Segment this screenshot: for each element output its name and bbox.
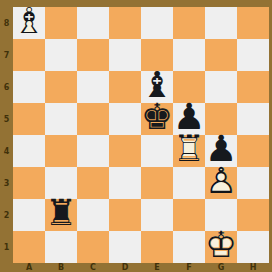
square-b1[interactable] — [45, 231, 77, 263]
square-d7[interactable] — [109, 39, 141, 71]
file-label-b: B — [45, 263, 77, 272]
square-h2[interactable] — [237, 199, 269, 231]
file-label-f: F — [173, 263, 205, 272]
square-e8[interactable] — [141, 7, 173, 39]
square-e4[interactable] — [141, 135, 173, 167]
square-g1[interactable]: ♚♔ — [205, 231, 237, 263]
square-d6[interactable] — [109, 71, 141, 103]
rank-label-4: 4 — [0, 135, 13, 167]
chess-board-frame: 87654321 ♝♗♝♚♟♜♖♟♟♙♜♚♔ ABCDEFGH — [0, 0, 272, 272]
square-f8[interactable] — [173, 7, 205, 39]
square-f1[interactable] — [173, 231, 205, 263]
piece-black-king[interactable]: ♚ — [141, 103, 173, 135]
square-f3[interactable] — [173, 167, 205, 199]
square-c6[interactable] — [77, 71, 109, 103]
piece-white-rook[interactable]: ♜♖ — [173, 135, 205, 167]
square-a5[interactable] — [13, 103, 45, 135]
square-h8[interactable] — [237, 7, 269, 39]
square-a3[interactable] — [13, 167, 45, 199]
square-a1[interactable] — [13, 231, 45, 263]
rank-labels: 87654321 — [0, 7, 13, 263]
rank-label-3: 3 — [0, 167, 13, 199]
square-c2[interactable] — [77, 199, 109, 231]
square-b7[interactable] — [45, 39, 77, 71]
square-a4[interactable] — [13, 135, 45, 167]
file-label-c: C — [77, 263, 109, 272]
square-d5[interactable] — [109, 103, 141, 135]
square-c3[interactable] — [77, 167, 109, 199]
rank-label-1: 1 — [0, 231, 13, 263]
piece-white-pawn[interactable]: ♟♙ — [205, 167, 237, 199]
file-label-d: D — [109, 263, 141, 272]
square-d4[interactable] — [109, 135, 141, 167]
file-label-a: A — [13, 263, 45, 272]
square-e1[interactable] — [141, 231, 173, 263]
square-h5[interactable] — [237, 103, 269, 135]
square-h6[interactable] — [237, 71, 269, 103]
black-rook-glyph: ♜ — [45, 197, 77, 229]
square-a8[interactable]: ♝♗ — [13, 7, 45, 39]
rank-label-2: 2 — [0, 199, 13, 231]
file-label-h: H — [237, 263, 269, 272]
rank-label-5: 5 — [0, 103, 13, 135]
piece-white-king[interactable]: ♚♔ — [205, 231, 237, 263]
black-king-glyph: ♚ — [141, 101, 173, 133]
square-d1[interactable] — [109, 231, 141, 263]
square-e5[interactable]: ♚ — [141, 103, 173, 135]
square-d8[interactable] — [109, 7, 141, 39]
white-rook-outline-glyph: ♖ — [173, 133, 205, 165]
white-bishop-outline-glyph: ♗ — [13, 5, 45, 37]
square-g7[interactable] — [205, 39, 237, 71]
piece-white-bishop[interactable]: ♝♗ — [13, 7, 45, 39]
square-b6[interactable] — [45, 71, 77, 103]
file-labels: ABCDEFGH — [13, 263, 269, 272]
square-d3[interactable] — [109, 167, 141, 199]
square-a6[interactable] — [13, 71, 45, 103]
square-c4[interactable] — [77, 135, 109, 167]
rank-label-7: 7 — [0, 39, 13, 71]
square-g6[interactable] — [205, 71, 237, 103]
white-king-outline-glyph: ♔ — [205, 229, 237, 261]
white-pawn-outline-glyph: ♙ — [205, 165, 237, 197]
square-a2[interactable] — [13, 199, 45, 231]
square-f7[interactable] — [173, 39, 205, 71]
square-b5[interactable] — [45, 103, 77, 135]
square-g8[interactable] — [205, 7, 237, 39]
square-f2[interactable] — [173, 199, 205, 231]
square-e3[interactable] — [141, 167, 173, 199]
square-d2[interactable] — [109, 199, 141, 231]
rank-label-6: 6 — [0, 71, 13, 103]
square-a7[interactable] — [13, 39, 45, 71]
chess-board[interactable]: ♝♗♝♚♟♜♖♟♟♙♜♚♔ — [13, 7, 269, 263]
rank-label-8: 8 — [0, 7, 13, 39]
square-c8[interactable] — [77, 7, 109, 39]
file-label-e: E — [141, 263, 173, 272]
square-c7[interactable] — [77, 39, 109, 71]
square-h7[interactable] — [237, 39, 269, 71]
square-f4[interactable]: ♜♖ — [173, 135, 205, 167]
square-b4[interactable] — [45, 135, 77, 167]
square-h1[interactable] — [237, 231, 269, 263]
square-g3[interactable]: ♟♙ — [205, 167, 237, 199]
square-h3[interactable] — [237, 167, 269, 199]
square-c5[interactable] — [77, 103, 109, 135]
piece-black-rook[interactable]: ♜ — [45, 199, 77, 231]
square-b8[interactable] — [45, 7, 77, 39]
square-h4[interactable] — [237, 135, 269, 167]
square-c1[interactable] — [77, 231, 109, 263]
square-b2[interactable]: ♜ — [45, 199, 77, 231]
square-e2[interactable] — [141, 199, 173, 231]
file-label-g: G — [205, 263, 237, 272]
